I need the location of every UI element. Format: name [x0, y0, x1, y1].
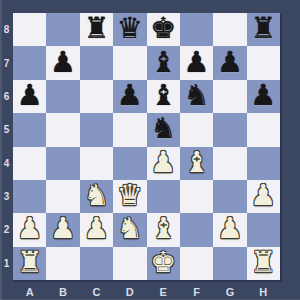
file-label-c: C	[80, 282, 113, 300]
square-b3[interactable]	[46, 180, 79, 213]
square-d1[interactable]	[113, 247, 146, 280]
piece-black-rook: ♜	[250, 14, 276, 43]
square-f7[interactable]: ♟	[180, 46, 213, 79]
square-a3[interactable]	[13, 180, 46, 213]
chess-board-diagram: 87654321 ♜♛♚♜♟♝♟♟♟♟♝♞♟♞♟♝♞♛♟♟♟♟♞♝♟♜♚♜ AB…	[0, 0, 300, 300]
piece-black-pawn: ♟	[217, 48, 243, 77]
square-e5[interactable]: ♞	[147, 113, 180, 146]
square-f4[interactable]: ♝	[180, 147, 213, 180]
piece-black-pawn: ♟	[250, 81, 276, 110]
square-a8[interactable]	[13, 13, 46, 46]
square-e2[interactable]: ♝	[147, 213, 180, 246]
square-e6[interactable]: ♝	[147, 80, 180, 113]
square-g3[interactable]	[213, 180, 246, 213]
piece-white-pawn: ♟	[50, 214, 76, 243]
square-e7[interactable]: ♝	[147, 46, 180, 79]
square-d6[interactable]: ♟	[113, 80, 146, 113]
square-a2[interactable]: ♟	[13, 213, 46, 246]
square-g4[interactable]	[213, 147, 246, 180]
square-g8[interactable]	[213, 13, 246, 46]
piece-white-rook: ♜	[17, 248, 43, 277]
piece-black-knight: ♞	[150, 114, 176, 143]
square-a4[interactable]	[13, 147, 46, 180]
rank-label-2: 2	[0, 213, 13, 246]
square-d2[interactable]: ♞	[113, 213, 146, 246]
square-b8[interactable]	[46, 13, 79, 46]
square-h2[interactable]	[247, 213, 280, 246]
square-e1[interactable]: ♚	[147, 247, 180, 280]
piece-white-bishop: ♝	[184, 148, 210, 177]
file-label-h: H	[247, 282, 280, 300]
square-h3[interactable]: ♟	[247, 180, 280, 213]
square-f6[interactable]: ♞	[180, 80, 213, 113]
piece-black-knight: ♞	[184, 81, 210, 110]
piece-white-king: ♚	[150, 248, 176, 277]
square-b7[interactable]: ♟	[46, 46, 79, 79]
square-a1[interactable]: ♜	[13, 247, 46, 280]
file-label-d: D	[113, 282, 146, 300]
piece-white-knight: ♞	[83, 181, 109, 210]
square-d8[interactable]: ♛	[113, 13, 146, 46]
file-labels: ABCDEFGH	[13, 282, 280, 300]
square-c8[interactable]: ♜	[80, 13, 113, 46]
rank-label-3: 3	[0, 180, 13, 213]
square-a5[interactable]	[13, 113, 46, 146]
file-label-f: F	[180, 282, 213, 300]
square-b1[interactable]	[46, 247, 79, 280]
square-e3[interactable]	[147, 180, 180, 213]
rank-label-8: 8	[0, 13, 13, 46]
piece-white-pawn: ♟	[250, 181, 276, 210]
square-c1[interactable]	[80, 247, 113, 280]
square-b4[interactable]	[46, 147, 79, 180]
piece-white-pawn: ♟	[83, 214, 109, 243]
piece-black-rook: ♜	[83, 14, 109, 43]
piece-white-rook: ♜	[250, 248, 276, 277]
piece-black-bishop: ♝	[150, 48, 176, 77]
piece-white-knight: ♞	[117, 214, 143, 243]
piece-white-bishop: ♝	[150, 214, 176, 243]
square-f2[interactable]	[180, 213, 213, 246]
square-c6[interactable]	[80, 80, 113, 113]
square-a7[interactable]	[13, 46, 46, 79]
square-e8[interactable]: ♚	[147, 13, 180, 46]
square-h7[interactable]	[247, 46, 280, 79]
piece-white-pawn: ♟	[17, 214, 43, 243]
square-e4[interactable]: ♟	[147, 147, 180, 180]
rank-label-5: 5	[0, 113, 13, 146]
square-c5[interactable]	[80, 113, 113, 146]
square-g5[interactable]	[213, 113, 246, 146]
square-c2[interactable]: ♟	[80, 213, 113, 246]
square-h1[interactable]: ♜	[247, 247, 280, 280]
square-h8[interactable]: ♜	[247, 13, 280, 46]
piece-black-pawn: ♟	[50, 48, 76, 77]
square-g2[interactable]: ♟	[213, 213, 246, 246]
square-b6[interactable]	[46, 80, 79, 113]
piece-black-pawn: ♟	[117, 81, 143, 110]
piece-white-queen: ♛	[117, 181, 143, 210]
square-g1[interactable]	[213, 247, 246, 280]
square-g6[interactable]	[213, 80, 246, 113]
square-f5[interactable]	[180, 113, 213, 146]
file-label-g: G	[213, 282, 246, 300]
rank-label-6: 6	[0, 80, 13, 113]
piece-white-pawn: ♟	[217, 214, 243, 243]
file-label-b: B	[46, 282, 79, 300]
rank-label-4: 4	[0, 147, 13, 180]
file-label-e: E	[147, 282, 180, 300]
square-g7[interactable]: ♟	[213, 46, 246, 79]
square-h5[interactable]	[247, 113, 280, 146]
piece-white-pawn: ♟	[150, 148, 176, 177]
rank-label-7: 7	[0, 46, 13, 79]
piece-black-queen: ♛	[117, 14, 143, 43]
square-f1[interactable]	[180, 247, 213, 280]
square-h6[interactable]: ♟	[247, 80, 280, 113]
piece-black-bishop: ♝	[150, 81, 176, 110]
square-h4[interactable]	[247, 147, 280, 180]
square-a6[interactable]: ♟	[13, 80, 46, 113]
piece-black-pawn: ♟	[184, 48, 210, 77]
square-c3[interactable]: ♞	[80, 180, 113, 213]
square-f8[interactable]	[180, 13, 213, 46]
square-d4[interactable]	[113, 147, 146, 180]
square-d5[interactable]	[113, 113, 146, 146]
piece-black-pawn: ♟	[17, 81, 43, 110]
rank-labels: 87654321	[0, 13, 13, 280]
square-d7[interactable]	[113, 46, 146, 79]
rank-label-1: 1	[0, 247, 13, 280]
file-label-a: A	[13, 282, 46, 300]
square-b5[interactable]	[46, 113, 79, 146]
square-d3[interactable]: ♛	[113, 180, 146, 213]
square-b2[interactable]: ♟	[46, 213, 79, 246]
piece-black-king: ♚	[150, 14, 176, 43]
square-c4[interactable]	[80, 147, 113, 180]
chess-board: ♜♛♚♜♟♝♟♟♟♟♝♞♟♞♟♝♞♛♟♟♟♟♞♝♟♜♚♜	[13, 13, 282, 282]
square-f3[interactable]	[180, 180, 213, 213]
square-c7[interactable]	[80, 46, 113, 79]
